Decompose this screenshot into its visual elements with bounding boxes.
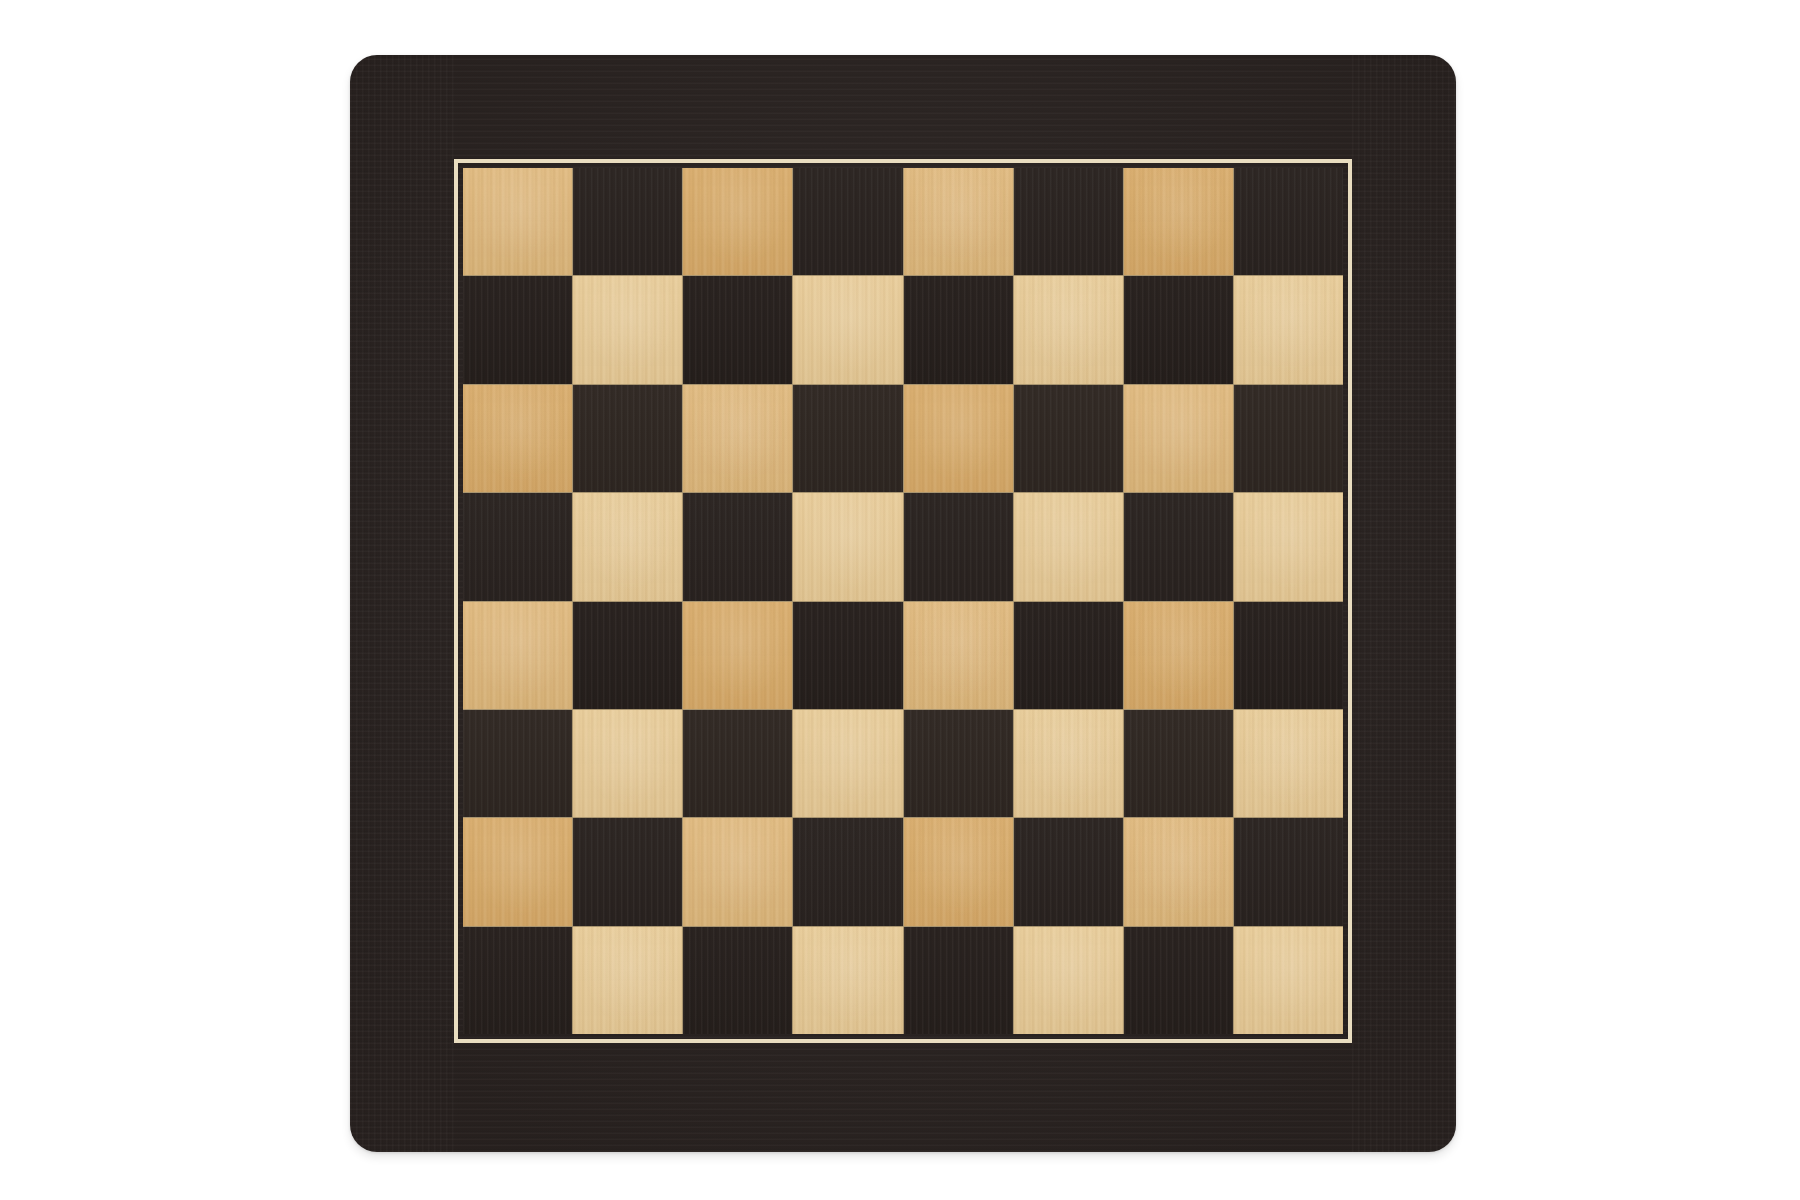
square-g5[interactable] bbox=[1124, 493, 1233, 600]
square-h1[interactable] bbox=[1234, 927, 1343, 1034]
square-e3[interactable] bbox=[904, 710, 1013, 817]
board-grid bbox=[463, 168, 1343, 1034]
inlay-border-line bbox=[454, 159, 1352, 1043]
square-c8[interactable] bbox=[683, 168, 792, 275]
square-f6[interactable] bbox=[1014, 385, 1123, 492]
square-g1[interactable] bbox=[1124, 927, 1233, 1034]
square-c2[interactable] bbox=[683, 818, 792, 925]
square-c6[interactable] bbox=[683, 385, 792, 492]
square-e7[interactable] bbox=[904, 276, 1013, 383]
product-photo-background bbox=[0, 0, 1800, 1200]
square-f5[interactable] bbox=[1014, 493, 1123, 600]
square-h4[interactable] bbox=[1234, 602, 1343, 709]
square-g2[interactable] bbox=[1124, 818, 1233, 925]
square-d5[interactable] bbox=[793, 493, 902, 600]
square-d3[interactable] bbox=[793, 710, 902, 817]
square-a2[interactable] bbox=[463, 818, 572, 925]
square-g3[interactable] bbox=[1124, 710, 1233, 817]
square-f1[interactable] bbox=[1014, 927, 1123, 1034]
square-g7[interactable] bbox=[1124, 276, 1233, 383]
square-b7[interactable] bbox=[573, 276, 682, 383]
square-b8[interactable] bbox=[573, 168, 682, 275]
square-c7[interactable] bbox=[683, 276, 792, 383]
square-a6[interactable] bbox=[463, 385, 572, 492]
square-e2[interactable] bbox=[904, 818, 1013, 925]
square-e5[interactable] bbox=[904, 493, 1013, 600]
square-h8[interactable] bbox=[1234, 168, 1343, 275]
square-b4[interactable] bbox=[573, 602, 682, 709]
square-d1[interactable] bbox=[793, 927, 902, 1034]
square-c5[interactable] bbox=[683, 493, 792, 600]
square-e6[interactable] bbox=[904, 385, 1013, 492]
square-e1[interactable] bbox=[904, 927, 1013, 1034]
square-f4[interactable] bbox=[1014, 602, 1123, 709]
square-e8[interactable] bbox=[904, 168, 1013, 275]
square-b5[interactable] bbox=[573, 493, 682, 600]
chess-board bbox=[350, 55, 1456, 1152]
square-h3[interactable] bbox=[1234, 710, 1343, 817]
frame-right-rail bbox=[1352, 55, 1456, 1152]
square-b1[interactable] bbox=[573, 927, 682, 1034]
square-g6[interactable] bbox=[1124, 385, 1233, 492]
square-f3[interactable] bbox=[1014, 710, 1123, 817]
square-c1[interactable] bbox=[683, 927, 792, 1034]
square-g4[interactable] bbox=[1124, 602, 1233, 709]
square-h6[interactable] bbox=[1234, 385, 1343, 492]
square-e4[interactable] bbox=[904, 602, 1013, 709]
square-f8[interactable] bbox=[1014, 168, 1123, 275]
square-b3[interactable] bbox=[573, 710, 682, 817]
square-h7[interactable] bbox=[1234, 276, 1343, 383]
square-d2[interactable] bbox=[793, 818, 902, 925]
square-d4[interactable] bbox=[793, 602, 902, 709]
square-b6[interactable] bbox=[573, 385, 682, 492]
frame-left-rail bbox=[350, 55, 454, 1152]
square-a5[interactable] bbox=[463, 493, 572, 600]
square-a8[interactable] bbox=[463, 168, 572, 275]
square-a4[interactable] bbox=[463, 602, 572, 709]
square-f7[interactable] bbox=[1014, 276, 1123, 383]
square-f2[interactable] bbox=[1014, 818, 1123, 925]
square-a7[interactable] bbox=[463, 276, 572, 383]
square-c4[interactable] bbox=[683, 602, 792, 709]
square-a3[interactable] bbox=[463, 710, 572, 817]
square-h2[interactable] bbox=[1234, 818, 1343, 925]
square-a1[interactable] bbox=[463, 927, 572, 1034]
square-d6[interactable] bbox=[793, 385, 902, 492]
square-c3[interactable] bbox=[683, 710, 792, 817]
square-b2[interactable] bbox=[573, 818, 682, 925]
square-g8[interactable] bbox=[1124, 168, 1233, 275]
square-d8[interactable] bbox=[793, 168, 902, 275]
square-d7[interactable] bbox=[793, 276, 902, 383]
square-h5[interactable] bbox=[1234, 493, 1343, 600]
